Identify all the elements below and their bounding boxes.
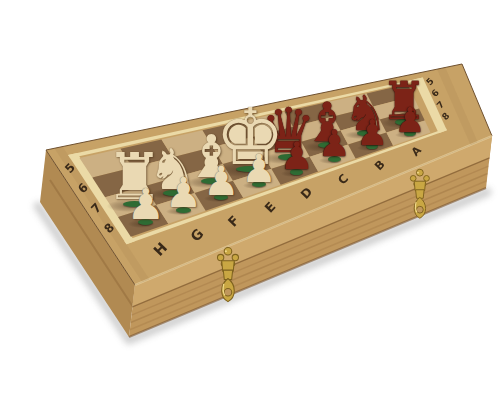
wooden-chess-box: HGFEDCBA56785678 xyxy=(0,0,500,400)
chess-box-product-photo: HGFEDCBA56785678 ♜♟♞♝♟♛♟♚♟♝♟♞♟♜♟♟ xyxy=(0,0,500,400)
